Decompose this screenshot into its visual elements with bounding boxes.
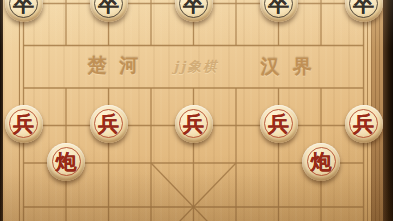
piece-character: 兵 <box>353 113 374 134</box>
board-point-7-7: 炮 <box>300 138 343 185</box>
piece-red-soldier[interactable]: 兵 <box>175 105 213 143</box>
board-point-8-3: 卒 <box>342 0 385 24</box>
piece-character: 兵 <box>13 113 34 134</box>
board-point-4-6: 兵 <box>172 109 215 138</box>
piece-character: 卒 <box>268 0 289 14</box>
piece-black-soldier[interactable]: 卒 <box>90 0 128 22</box>
piece-red-soldier[interactable]: 兵 <box>5 105 43 143</box>
piece-black-soldier[interactable]: 卒 <box>5 0 43 22</box>
board-point-8-6: 兵 <box>342 109 385 138</box>
piece-black-soldier[interactable]: 卒 <box>345 0 383 22</box>
board-point-4-3: 卒 <box>172 0 215 24</box>
board-point-2-3: 卒 <box>87 0 130 24</box>
piece-character: 卒 <box>13 0 34 14</box>
board-point-0-6: 兵 <box>2 109 45 138</box>
piece-red-cannon[interactable]: 炮 <box>47 143 85 181</box>
piece-red-soldier[interactable]: 兵 <box>260 105 298 143</box>
piece-character: 卒 <box>353 0 374 14</box>
piece-red-cannon[interactable]: 炮 <box>302 143 340 181</box>
piece-black-soldier[interactable]: 卒 <box>175 0 213 22</box>
board-point-6-3: 卒 <box>257 0 300 24</box>
piece-character: 卒 <box>183 0 204 14</box>
piece-character: 兵 <box>98 113 119 134</box>
piece-character: 兵 <box>268 113 289 134</box>
piece-character: 兵 <box>183 113 204 134</box>
piece-character: 卒 <box>98 0 119 14</box>
board-point-6-6: 兵 <box>257 109 300 138</box>
piece-red-soldier[interactable]: 兵 <box>90 105 128 143</box>
piece-black-soldier[interactable]: 卒 <box>260 0 298 22</box>
pieces-grid: 卒卒卒卒卒兵兵兵兵兵炮炮 <box>2 0 385 221</box>
piece-character: 炮 <box>56 151 77 172</box>
piece-red-soldier[interactable]: 兵 <box>345 105 383 143</box>
board-point-2-6: 兵 <box>87 109 130 138</box>
xiangqi-board-screenshot: 楚河 jj象棋 汉界 卒卒卒卒卒兵兵兵兵兵炮炮 <box>0 0 393 221</box>
piece-character: 炮 <box>311 151 332 172</box>
board-point-0-3: 卒 <box>2 0 45 24</box>
board-point-1-7: 炮 <box>45 138 88 185</box>
